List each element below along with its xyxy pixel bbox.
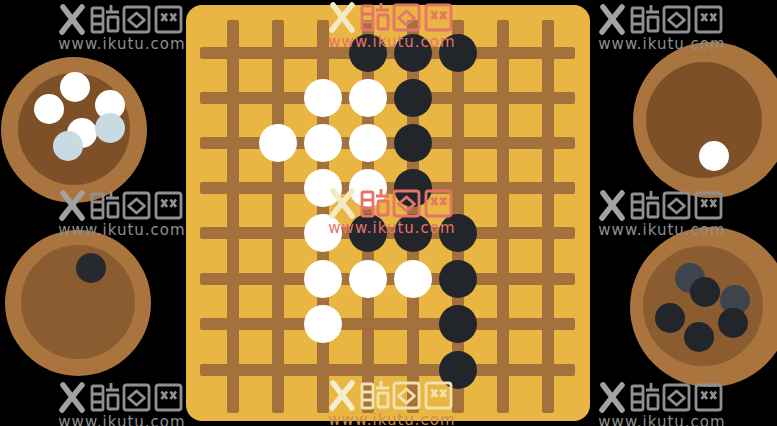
watermark-url: www.ikutu.com [322,221,462,236]
black-stone-r6-c6 [439,260,477,298]
kutu-logo-icon [327,0,457,34]
watermark-tile-4: www.ikutu.com [52,188,192,238]
watermark-tile-5: www.ikutu.com [322,186,462,236]
watermark-url: www.ikutu.com [592,37,732,52]
watermark-url: www.ikutu.com [52,415,192,426]
white-stone-r3-c2 [259,124,297,162]
grid-vertical-line-7 [497,20,509,413]
grid-horizontal-line-8 [200,364,575,376]
black-stone-r3-c5 [394,124,432,162]
watermark-url: www.ikutu.com [52,223,192,238]
grid-horizontal-line-2 [200,92,575,104]
bowl-stone-top_left-2 [34,94,64,124]
kutu-logo-icon [597,380,727,414]
kutu-logo-icon [327,186,457,220]
white-stone-r7-c3 [304,305,342,343]
watermark-url: www.ikutu.com [52,37,192,52]
watermark-tile-6: www.ikutu.com [592,188,732,238]
bowl-stone-bottom_right-4 [655,303,685,333]
bowl-stone-bottom_left-1 [76,253,106,283]
kutu-logo-icon [57,380,187,414]
watermark-url: www.ikutu.com [322,35,462,50]
black-stone-r7-c6 [439,305,477,343]
grid-horizontal-line-3 [200,137,575,149]
bowl-stone-bottom_right-6 [684,322,714,352]
watermark-url: www.ikutu.com [592,415,732,426]
bowl-stone-top_left-1 [60,72,90,102]
kutu-logo-icon [57,2,187,36]
kutu-logo-icon [57,188,187,222]
stone-bowl-bottom-right [630,227,777,387]
watermark-tile-2: www.ikutu.com [322,0,462,50]
bowl-stone-bottom_right-5 [718,308,748,338]
grid-vertical-line-1 [227,20,239,413]
grid-vertical-line-8 [542,20,554,413]
kutu-logo-icon [327,378,457,412]
white-stone-r2-c3 [304,79,342,117]
stone-bowl-top-right [633,42,777,198]
black-stone-r2-c5 [394,79,432,117]
white-stone-r6-c5 [394,260,432,298]
grid-horizontal-line-7 [200,318,575,330]
grid-vertical-line-2 [272,20,284,413]
watermark-url: www.ikutu.com [592,223,732,238]
watermark-tile-8: www.ikutu.com [322,378,462,426]
white-stone-r3-c3 [304,124,342,162]
watermark-tile-7: www.ikutu.com [52,380,192,426]
white-stone-r6-c4 [349,260,387,298]
watermark-tile-3: www.ikutu.com [592,2,732,52]
bowl-stone-top_left-6 [53,131,83,161]
bowl-stone-top_left-5 [95,113,125,143]
white-stone-r6-c3 [304,260,342,298]
grid-horizontal-line-6 [200,273,575,285]
kutu-logo-icon [597,2,727,36]
bowl-stone-top_right-1 [699,141,729,171]
bowl-stone-bottom_right-2 [690,277,720,307]
kutu-logo-icon [597,188,727,222]
go-illustration: www.ikutu.com www.ikutu.com [0,0,777,426]
watermark-tile-9: www.ikutu.com [592,380,732,426]
watermark-url: www.ikutu.com [322,413,462,426]
stone-bowl-bottom-left [5,230,151,376]
stone-bowl-top-left [1,57,147,203]
white-stone-r3-c4 [349,124,387,162]
watermark-tile-1: www.ikutu.com [52,2,192,52]
white-stone-r2-c4 [349,79,387,117]
